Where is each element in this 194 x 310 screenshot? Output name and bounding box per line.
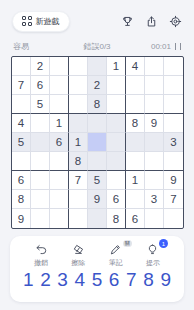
cell-r2c3[interactable] [50, 76, 69, 95]
cell-r3c4[interactable] [69, 95, 88, 114]
cell-r6c6[interactable] [107, 152, 126, 171]
cell-r9c6[interactable]: 8 [107, 209, 126, 228]
cell-r1c6[interactable]: 1 [107, 57, 126, 76]
cell-r7c2[interactable] [31, 171, 50, 190]
cell-r1c1[interactable] [12, 57, 31, 76]
cell-r4c8[interactable]: 9 [145, 114, 164, 133]
share-icon[interactable] [145, 15, 158, 28]
cell-r7c6[interactable] [107, 171, 126, 190]
cell-r7c4[interactable]: 7 [69, 171, 88, 190]
cell-r7c7[interactable]: 1 [126, 171, 145, 190]
cell-r6c8[interactable] [145, 152, 164, 171]
erase-button[interactable]: 擦除 [65, 243, 91, 268]
cell-r6c3[interactable] [50, 152, 69, 171]
cell-r2c6[interactable] [107, 76, 126, 95]
cell-r4c4[interactable] [69, 114, 88, 133]
cell-r3c8[interactable] [145, 95, 164, 114]
cell-r9c1[interactable]: 9 [12, 209, 31, 228]
cell-r9c4[interactable] [69, 209, 88, 228]
trophy-icon[interactable] [121, 15, 134, 28]
cell-r9c5[interactable] [88, 209, 107, 228]
cell-r3c9[interactable] [164, 95, 183, 114]
cell-r5c8[interactable] [145, 133, 164, 152]
cell-r5c2[interactable] [31, 133, 50, 152]
number-pad: 123456789 [10, 268, 184, 291]
notes-toggle-badge: 關 [123, 240, 132, 247]
cell-r3c3[interactable] [50, 95, 69, 114]
cell-r1c4[interactable] [69, 57, 88, 76]
mistakes-counter: 錯誤0/3 [13, 41, 181, 52]
cell-r4c5[interactable] [88, 114, 107, 133]
cell-r5c7[interactable] [126, 133, 145, 152]
cell-r3c2[interactable]: 5 [31, 95, 50, 114]
cell-r8c4[interactable] [69, 190, 88, 209]
numpad-4[interactable]: 4 [75, 269, 86, 291]
cell-r8c3[interactable] [50, 190, 69, 209]
cell-r8c1[interactable]: 8 [12, 190, 31, 209]
cell-r2c4[interactable] [69, 76, 88, 95]
cell-r8c8[interactable]: 3 [145, 190, 164, 209]
cell-r5c4[interactable]: 1 [69, 133, 88, 152]
cell-r7c3[interactable] [50, 171, 69, 190]
erase-label: 擦除 [71, 258, 85, 268]
cell-r6c4[interactable]: 8 [69, 152, 88, 171]
cell-r1c8[interactable] [145, 57, 164, 76]
grid-icon [22, 16, 32, 26]
cell-r3c1[interactable] [12, 95, 31, 114]
cell-r6c2[interactable] [31, 152, 50, 171]
cell-r9c3[interactable] [50, 209, 69, 228]
cell-r4c9[interactable] [164, 114, 183, 133]
undo-icon [35, 243, 48, 256]
cell-r9c8[interactable] [145, 209, 164, 228]
cell-r7c5[interactable]: 5 [88, 171, 107, 190]
cell-r8c2[interactable] [31, 190, 50, 209]
cell-r2c1[interactable]: 7 [12, 76, 31, 95]
cell-r1c9[interactable] [164, 57, 183, 76]
top-bar-icons [121, 15, 182, 28]
cell-r5c6[interactable] [107, 133, 126, 152]
cell-r8c6[interactable]: 6 [107, 190, 126, 209]
cell-r8c9[interactable]: 7 [164, 190, 183, 209]
cell-r6c1[interactable] [12, 152, 31, 171]
cell-r4c7[interactable]: 8 [126, 114, 145, 133]
notes-button[interactable]: 關 筆記 [103, 243, 129, 268]
sudoku-board: 214762584189561386751989637986 [11, 56, 184, 229]
cell-r6c5[interactable] [88, 152, 107, 171]
cell-r7c9[interactable]: 9 [164, 171, 183, 190]
cell-r3c7[interactable] [126, 95, 145, 114]
new-game-button[interactable]: 新遊戲 [12, 11, 70, 32]
toolbar: 撤銷 擦除 關 筆記 1 提示 [10, 236, 184, 268]
hint-button[interactable]: 1 提示 [140, 243, 166, 268]
cell-r8c7[interactable] [126, 190, 145, 209]
cell-r7c1[interactable]: 6 [12, 171, 31, 190]
cell-r2c9[interactable] [164, 76, 183, 95]
cell-r4c6[interactable] [107, 114, 126, 133]
notes-label: 筆記 [109, 258, 123, 268]
cell-r1c7[interactable]: 4 [126, 57, 145, 76]
control-panel: 撤銷 擦除 關 筆記 1 提示 123456789 [10, 236, 184, 302]
undo-label: 撤銷 [34, 258, 48, 268]
cell-r1c3[interactable] [50, 57, 69, 76]
cell-r5c1[interactable]: 5 [12, 133, 31, 152]
cell-r2c2[interactable]: 6 [31, 76, 50, 95]
hint-count-badge: 1 [159, 239, 168, 248]
cell-r9c2[interactable] [31, 209, 50, 228]
numpad-1[interactable]: 1 [23, 269, 34, 291]
hint-label: 提示 [146, 258, 160, 268]
cell-r7c8[interactable] [145, 171, 164, 190]
cell-r4c3[interactable]: 1 [50, 114, 69, 133]
cell-r1c2[interactable]: 2 [31, 57, 50, 76]
cell-r3c5[interactable]: 8 [88, 95, 107, 114]
numpad-5[interactable]: 5 [92, 269, 103, 291]
status-bar: 容易 錯誤0/3 00:01 [13, 41, 181, 52]
cell-r2c8[interactable] [145, 76, 164, 95]
cell-r5c9[interactable]: 3 [164, 133, 183, 152]
numpad-2[interactable]: 2 [40, 269, 51, 291]
numpad-6[interactable]: 6 [109, 269, 120, 291]
cell-r6c7[interactable] [126, 152, 145, 171]
numpad-3[interactable]: 3 [57, 269, 68, 291]
cell-r3c6[interactable] [107, 95, 126, 114]
top-bar: 新遊戲 [12, 10, 182, 32]
bulb-icon [146, 243, 159, 256]
cell-r4c1[interactable]: 4 [12, 114, 31, 133]
cell-r6c9[interactable] [164, 152, 183, 171]
cell-r2c7[interactable] [126, 76, 145, 95]
cell-r4c2[interactable] [31, 114, 50, 133]
cell-r9c7[interactable]: 6 [126, 209, 145, 228]
numpad-7[interactable]: 7 [126, 269, 137, 291]
cell-r8c5[interactable]: 9 [88, 190, 107, 209]
eraser-icon [72, 243, 85, 256]
undo-button[interactable]: 撤銷 [28, 243, 54, 268]
pencil-icon [109, 243, 122, 256]
settings-icon[interactable] [169, 15, 182, 28]
cell-r5c3[interactable]: 6 [50, 133, 69, 152]
new-game-label: 新遊戲 [36, 16, 60, 27]
numpad-8[interactable]: 8 [143, 269, 154, 291]
sudoku-app: { "game": "sudoku", "position": ".2...14… [0, 0, 194, 310]
cell-r1c5[interactable] [88, 57, 107, 76]
cell-r9c9[interactable] [164, 209, 183, 228]
cell-r5c5[interactable] [88, 133, 107, 152]
numpad-9[interactable]: 9 [160, 269, 171, 291]
cell-r2c5[interactable]: 2 [88, 76, 107, 95]
